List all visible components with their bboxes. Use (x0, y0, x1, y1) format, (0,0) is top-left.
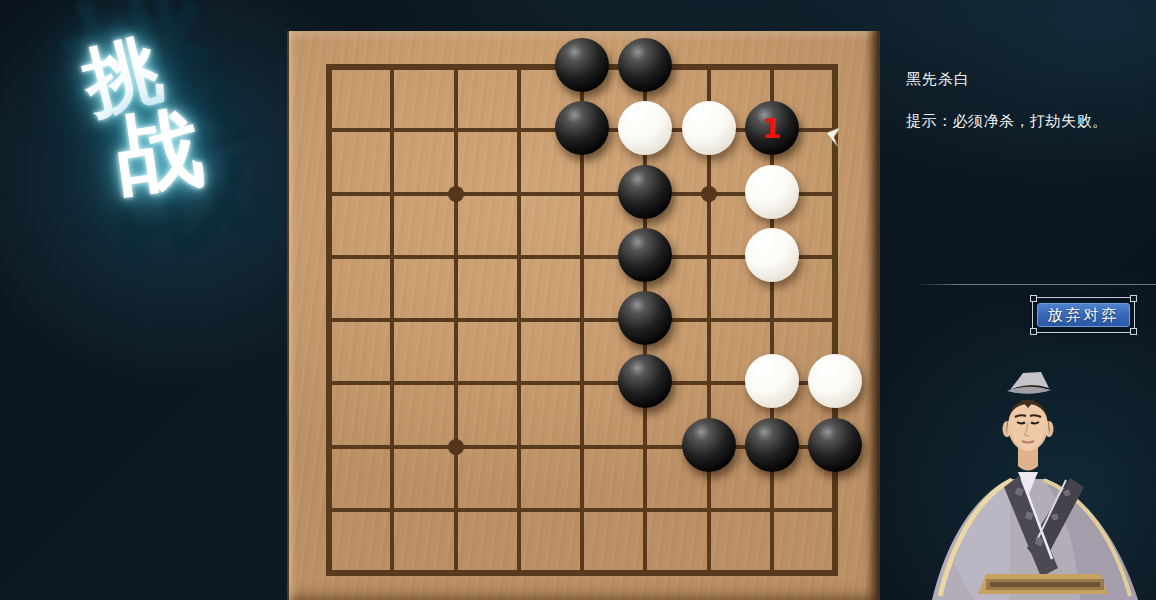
stone-black (618, 354, 672, 408)
challenge-calligraphy: 挑 战 挑 战 (40, 0, 300, 320)
calligraphy-shadow: 挑 (50, 0, 238, 152)
stone-white (745, 228, 799, 282)
star-point (448, 439, 464, 455)
stone-black (618, 38, 672, 92)
stone-black (618, 165, 672, 219)
star-point (701, 186, 717, 202)
star-point (448, 186, 464, 202)
button-corner-ornament (1130, 328, 1137, 335)
calligraphy-char-1: 挑 (76, 30, 168, 122)
resign-button-label: 放弃对弈 (1037, 303, 1130, 327)
stone-black (555, 101, 609, 155)
puzzle-objective: 黑先杀白 (906, 70, 970, 89)
stone-black (555, 38, 609, 92)
game-screen: 挑 战 挑 战 1 黑先杀白 提示：必须净杀，打劫失败。 放弃对弈 (0, 0, 1156, 600)
stone-black: 1 (745, 101, 799, 155)
resign-button[interactable]: 放弃对弈 (1032, 297, 1135, 333)
stone-black (682, 418, 736, 472)
puzzle-hint: 提示：必须净杀，打劫失败。 (906, 112, 1108, 131)
grid-line-horizontal (326, 508, 838, 512)
stone-black (618, 291, 672, 345)
button-corner-ornament (1130, 295, 1137, 302)
grid-line-horizontal (326, 570, 838, 576)
calligraphy-char-2: 战 (110, 102, 207, 199)
stone-black (618, 228, 672, 282)
button-corner-ornament (1030, 328, 1037, 335)
stone-white (745, 165, 799, 219)
go-board[interactable]: 1 (287, 31, 880, 600)
stone-white (682, 101, 736, 155)
calligraphy-shadow: 战 (95, 83, 280, 268)
stone-white (808, 354, 862, 408)
panel-divider (916, 284, 1156, 285)
grid-line-horizontal (326, 318, 838, 322)
stone-white (618, 101, 672, 155)
stone-white (745, 354, 799, 408)
stone-black (745, 418, 799, 472)
npc-portrait (930, 360, 1156, 600)
last-move-number: 1 (745, 101, 799, 155)
button-corner-ornament (1030, 295, 1037, 302)
mouse-cursor-icon (822, 124, 846, 150)
stone-black (808, 418, 862, 472)
